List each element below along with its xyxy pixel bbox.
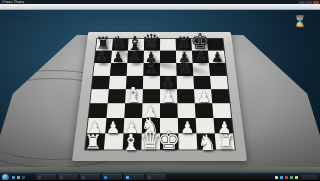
tray-icon[interactable] <box>295 176 298 179</box>
tray-icon[interactable] <box>290 176 293 179</box>
piece-black-pawn-h7[interactable]: ♟ <box>211 50 224 64</box>
hourglass-icon: ⌛ <box>293 16 307 27</box>
taskbar-window-button-icon <box>104 176 107 179</box>
menu-item-game[interactable]: Game <box>4 15 16 20</box>
system-tray <box>275 176 298 179</box>
quick-launch-icon[interactable] <box>17 176 20 179</box>
quick-launch-icon[interactable] <box>22 176 25 179</box>
tray-icon[interactable] <box>280 176 283 179</box>
piece-white-king-e1[interactable]: ♚ <box>158 128 181 153</box>
piece-white-rook-a1[interactable]: ♜ <box>84 133 102 153</box>
menu-item-help[interactable]: Help <box>20 15 29 20</box>
piece-white-rook-h1[interactable]: ♜ <box>217 133 235 153</box>
piece-white-pawn-b2[interactable]: ♟ <box>106 120 120 136</box>
taskbar-window-button-5[interactable] <box>124 174 144 180</box>
piece-white-pawn-f2[interactable]: ♟ <box>180 120 194 136</box>
tray-icon[interactable] <box>275 176 278 179</box>
taskbar-window-button-icon <box>148 176 151 179</box>
taskbar-window-button-1[interactable] <box>36 174 56 180</box>
piece-white-bishop-c4[interactable]: ♝ <box>124 85 143 106</box>
menu-bar: GameHelp <box>0 4 320 10</box>
taskbar <box>0 172 320 180</box>
taskbar-window-button-4[interactable] <box>102 174 122 180</box>
taskbar-window-button-icon <box>126 176 129 179</box>
piece-black-knight-f6[interactable]: ♞ <box>176 59 193 78</box>
quick-launch-icon[interactable] <box>12 176 15 179</box>
piece-black-pawn-c7[interactable]: ♟ <box>128 50 141 64</box>
piece-black-pawn-b7[interactable]: ♟ <box>112 50 125 64</box>
desktop: ♜♞♝♛♜♚♟♟♟♟♟♟♟♝♞♟♝♟♟♟♟♟♟♞♟♟♜♝♛♚♞♜ ⌛ Chess… <box>0 0 320 180</box>
piece-black-bishop-d6[interactable]: ♝ <box>142 58 160 78</box>
taskbar-window-button-3[interactable] <box>80 174 100 180</box>
taskbar-window-button-icon <box>38 176 41 179</box>
taskbar-window-button-icon <box>82 176 85 179</box>
piece-black-pawn-g7[interactable]: ♟ <box>194 50 207 64</box>
taskbar-window-button-6[interactable] <box>146 174 166 180</box>
start-button[interactable] <box>2 174 9 181</box>
piece-black-pawn-a7[interactable]: ♟ <box>95 50 108 64</box>
piece-white-knight-g1[interactable]: ♞ <box>197 131 216 153</box>
piece-white-pawn-e4[interactable]: ♟ <box>161 90 175 105</box>
tray-icon[interactable] <box>285 176 288 179</box>
taskbar-clock[interactable] <box>301 175 318 180</box>
taskbar-window-button-2[interactable] <box>58 174 78 180</box>
taskbar-window-button-icon <box>60 176 63 179</box>
piece-white-pawn-g4[interactable]: ♟ <box>197 90 211 105</box>
